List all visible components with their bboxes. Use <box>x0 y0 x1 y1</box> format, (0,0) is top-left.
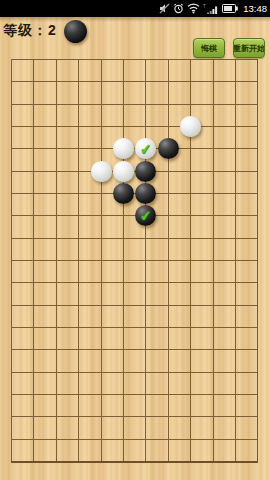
last-move-check-icon: ✔ <box>139 141 152 156</box>
status-bar: T 13:48 <box>0 0 270 17</box>
battery-icon <box>222 4 238 13</box>
mute-icon <box>159 3 170 14</box>
stone-black-last-move: ✔ <box>135 205 156 226</box>
svg-text:T: T <box>203 4 206 9</box>
stones-layer: ✔✔ <box>11 59 258 463</box>
stone-black <box>158 138 179 159</box>
stone-white <box>113 138 134 159</box>
stone-black <box>135 161 156 182</box>
stone-white <box>180 116 201 137</box>
signal-icon: T <box>203 3 219 15</box>
stone-white-last-move: ✔ <box>135 138 156 159</box>
last-move-check-icon: ✔ <box>139 208 152 223</box>
clock-time: 13:48 <box>243 0 267 17</box>
wifi-icon <box>187 3 200 14</box>
restart-button[interactable]: 重新开始 <box>233 38 265 58</box>
stone-black <box>135 183 156 204</box>
undo-button[interactable]: 悔棋 <box>193 38 225 58</box>
app-screen: T 13:48 等级：2 悔棋 重新开始 ✔✔ <box>0 0 270 480</box>
stone-black <box>113 183 134 204</box>
statusbar-shadow <box>0 17 270 22</box>
alarm-icon <box>173 3 184 14</box>
stone-white <box>113 161 134 182</box>
board: ✔✔ <box>11 59 258 463</box>
stone-white <box>91 161 112 182</box>
level-label: 等级：2 <box>3 22 57 40</box>
current-player-stone <box>64 20 87 43</box>
